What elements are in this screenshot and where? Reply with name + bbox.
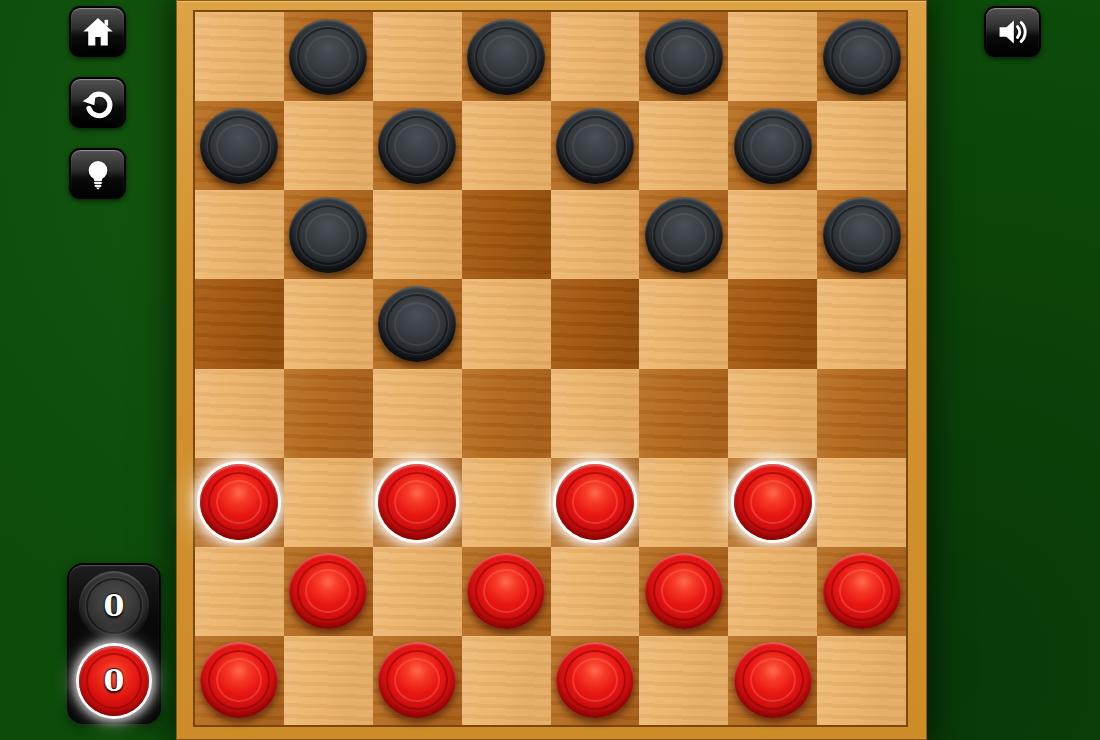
board-square[interactable]	[195, 279, 284, 368]
board-square[interactable]	[373, 12, 462, 101]
board-square[interactable]	[195, 190, 284, 279]
board-square[interactable]	[817, 279, 906, 368]
undo-icon	[80, 86, 116, 120]
board-square[interactable]	[462, 279, 551, 368]
game-board	[176, 0, 927, 740]
board-square[interactable]	[728, 547, 817, 636]
board-square[interactable]	[462, 458, 551, 547]
black-checker[interactable]	[378, 108, 456, 184]
red-score-counter: 0	[79, 646, 149, 716]
board-square[interactable]	[195, 101, 284, 190]
black-checker[interactable]	[289, 19, 367, 95]
board-square[interactable]	[462, 12, 551, 101]
board-square[interactable]	[639, 369, 728, 458]
board-square[interactable]	[284, 636, 373, 725]
board-square[interactable]	[195, 369, 284, 458]
board-square[interactable]	[639, 190, 728, 279]
board-square[interactable]	[373, 279, 462, 368]
red-checker[interactable]	[556, 464, 634, 540]
board-square[interactable]	[728, 101, 817, 190]
red-checker[interactable]	[200, 642, 278, 718]
board-square[interactable]	[728, 369, 817, 458]
board-square[interactable]	[728, 12, 817, 101]
board-square[interactable]	[639, 636, 728, 725]
board-square[interactable]	[551, 279, 640, 368]
black-checker[interactable]	[645, 197, 723, 273]
lightbulb-icon	[81, 157, 115, 191]
board-square[interactable]	[817, 190, 906, 279]
board-square[interactable]	[817, 547, 906, 636]
red-checker[interactable]	[378, 464, 456, 540]
board-square[interactable]	[373, 369, 462, 458]
board-square[interactable]	[639, 458, 728, 547]
score-panel: 0 0	[67, 563, 161, 724]
board-square[interactable]	[373, 458, 462, 547]
board-square[interactable]	[195, 12, 284, 101]
black-score-value: 0	[104, 591, 125, 621]
red-checker[interactable]	[289, 553, 367, 629]
board-square[interactable]	[551, 12, 640, 101]
board-square[interactable]	[639, 547, 728, 636]
black-checker[interactable]	[378, 286, 456, 362]
red-checker[interactable]	[378, 642, 456, 718]
board-square[interactable]	[373, 547, 462, 636]
black-checker[interactable]	[645, 19, 723, 95]
undo-button[interactable]	[69, 77, 126, 128]
board-square[interactable]	[462, 547, 551, 636]
board-square[interactable]	[817, 369, 906, 458]
board-square[interactable]	[284, 190, 373, 279]
board-square[interactable]	[284, 547, 373, 636]
red-checker[interactable]	[645, 553, 723, 629]
board-square[interactable]	[639, 101, 728, 190]
board-square[interactable]	[462, 101, 551, 190]
board-square[interactable]	[373, 636, 462, 725]
board-grid	[193, 10, 908, 727]
red-checker[interactable]	[734, 642, 812, 718]
board-square[interactable]	[728, 279, 817, 368]
red-checker[interactable]	[823, 553, 901, 629]
board-square[interactable]	[551, 636, 640, 725]
red-checker[interactable]	[467, 553, 545, 629]
board-square[interactable]	[817, 636, 906, 725]
board-square[interactable]	[728, 458, 817, 547]
black-checker[interactable]	[467, 19, 545, 95]
board-square[interactable]	[728, 190, 817, 279]
board-square[interactable]	[551, 101, 640, 190]
speaker-icon	[995, 15, 1031, 49]
home-button[interactable]	[69, 6, 126, 57]
board-square[interactable]	[195, 547, 284, 636]
black-checker[interactable]	[556, 108, 634, 184]
board-square[interactable]	[551, 369, 640, 458]
board-square[interactable]	[284, 279, 373, 368]
board-square[interactable]	[284, 101, 373, 190]
board-square[interactable]	[373, 190, 462, 279]
board-square[interactable]	[284, 12, 373, 101]
red-checker[interactable]	[734, 464, 812, 540]
board-square[interactable]	[639, 279, 728, 368]
black-checker[interactable]	[289, 197, 367, 273]
black-checker[interactable]	[734, 108, 812, 184]
home-icon	[80, 15, 116, 49]
board-square[interactable]	[817, 12, 906, 101]
sound-button[interactable]	[984, 6, 1041, 57]
red-score-value: 0	[104, 666, 125, 696]
board-square[interactable]	[817, 101, 906, 190]
board-square[interactable]	[373, 101, 462, 190]
board-square[interactable]	[462, 636, 551, 725]
red-checker[interactable]	[556, 642, 634, 718]
board-square[interactable]	[195, 636, 284, 725]
board-square[interactable]	[195, 458, 284, 547]
board-square[interactable]	[639, 12, 728, 101]
red-checker[interactable]	[200, 464, 278, 540]
black-checker[interactable]	[200, 108, 278, 184]
board-square[interactable]	[462, 190, 551, 279]
black-checker[interactable]	[823, 197, 901, 273]
board-square[interactable]	[817, 458, 906, 547]
board-square[interactable]	[551, 458, 640, 547]
board-square[interactable]	[551, 547, 640, 636]
board-square[interactable]	[284, 369, 373, 458]
black-score-counter: 0	[79, 571, 149, 641]
board-square[interactable]	[284, 458, 373, 547]
hint-button[interactable]	[69, 148, 126, 199]
board-square[interactable]	[462, 369, 551, 458]
board-square[interactable]	[551, 190, 640, 279]
black-checker[interactable]	[823, 19, 901, 95]
board-square[interactable]	[728, 636, 817, 725]
